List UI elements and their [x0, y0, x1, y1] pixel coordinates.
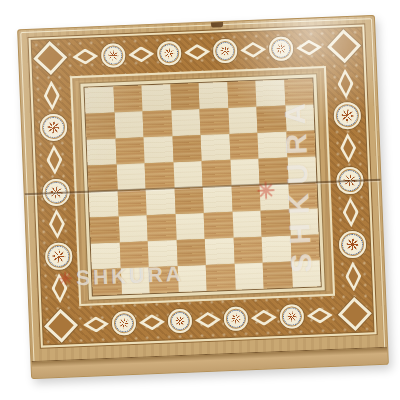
square-e6[interactable]	[201, 134, 231, 161]
square-e4[interactable]	[203, 186, 233, 213]
square-b5[interactable]	[116, 163, 146, 190]
diamond-ornament-icon	[296, 39, 323, 56]
square-b7[interactable]	[114, 111, 144, 138]
square-c5[interactable]	[145, 162, 175, 189]
square-a7[interactable]	[86, 113, 116, 140]
square-b2[interactable]	[119, 241, 149, 268]
square-c6[interactable]	[144, 136, 174, 163]
rosette-ornament-icon	[44, 242, 72, 270]
square-c3[interactable]	[147, 214, 177, 241]
square-h2[interactable]	[290, 234, 320, 261]
square-b8[interactable]	[113, 85, 143, 112]
hinge-clasp-icon	[211, 22, 223, 27]
corner-diamond-ornament	[41, 306, 80, 345]
diamond-ornament-icon	[48, 209, 65, 240]
square-d4[interactable]	[174, 187, 204, 214]
rosette-ornament-icon	[101, 43, 126, 68]
square-e3[interactable]	[204, 212, 234, 239]
square-g5[interactable]	[259, 158, 289, 185]
square-b1[interactable]	[120, 267, 150, 294]
rosette-ornament-icon	[269, 36, 294, 61]
rosette-ornament-icon	[112, 311, 137, 336]
diamond-ornament-icon	[337, 69, 354, 100]
square-g4[interactable]	[260, 184, 290, 211]
square-b6[interactable]	[115, 137, 145, 164]
square-g3[interactable]	[261, 210, 291, 237]
rosette-ornament-icon	[338, 230, 366, 258]
diamond-ornament-icon	[251, 309, 278, 326]
rosette-ornament-icon	[223, 306, 248, 331]
square-h4[interactable]	[288, 182, 318, 209]
square-d5[interactable]	[173, 161, 203, 188]
square-d8[interactable]	[170, 83, 200, 110]
square-a3[interactable]	[90, 216, 120, 243]
diamond-ornament-icon	[139, 314, 166, 331]
square-a2[interactable]	[91, 242, 121, 269]
diamond-ornament-icon	[128, 46, 155, 63]
square-g6[interactable]	[257, 132, 287, 159]
square-c7[interactable]	[143, 110, 173, 137]
square-f2[interactable]	[233, 237, 263, 264]
diamond-icon	[33, 41, 67, 75]
square-c8[interactable]	[141, 84, 171, 111]
square-f4[interactable]	[231, 185, 261, 212]
rosette-ornament-icon	[333, 102, 361, 130]
diamond-ornament-icon	[195, 311, 222, 328]
diamond-icon	[338, 297, 372, 331]
diamond-ornament-icon	[240, 41, 267, 58]
rosette-ornament-icon	[39, 114, 67, 142]
diamond-icon	[44, 309, 78, 343]
diamond-ornament-icon	[184, 44, 211, 61]
square-e7[interactable]	[199, 108, 229, 135]
square-h6[interactable]	[286, 130, 316, 157]
corner-diamond-ornament	[324, 26, 363, 65]
diamond-ornament-icon	[72, 48, 99, 65]
square-a6[interactable]	[87, 138, 117, 165]
square-e1[interactable]	[206, 264, 236, 291]
square-f5[interactable]	[230, 159, 260, 186]
square-b3[interactable]	[118, 215, 148, 242]
square-c4[interactable]	[146, 188, 176, 215]
diamond-ornament-icon	[342, 197, 359, 228]
square-e8[interactable]	[198, 82, 228, 109]
rosette-ornament-icon	[167, 309, 192, 334]
square-b4[interactable]	[117, 189, 147, 216]
square-h5[interactable]	[287, 156, 317, 183]
diamond-ornament-icon	[340, 133, 357, 164]
square-d6[interactable]	[172, 135, 202, 162]
square-e2[interactable]	[205, 238, 235, 265]
square-d3[interactable]	[175, 213, 205, 240]
square-g7[interactable]	[256, 106, 286, 133]
square-f6[interactable]	[229, 133, 259, 160]
square-g1[interactable]	[263, 262, 293, 289]
square-f8[interactable]	[227, 81, 257, 108]
square-a5[interactable]	[88, 164, 118, 191]
diamond-ornament-icon	[307, 307, 334, 324]
square-d2[interactable]	[176, 239, 206, 266]
rosette-ornament-icon	[213, 39, 238, 64]
diamond-ornament-icon	[83, 316, 110, 333]
corner-diamond-ornament	[31, 38, 70, 77]
diamond-icon	[327, 29, 361, 63]
square-g2[interactable]	[262, 236, 292, 263]
square-h8[interactable]	[284, 79, 314, 106]
square-h7[interactable]	[285, 104, 315, 131]
square-h3[interactable]	[289, 208, 319, 235]
square-f3[interactable]	[232, 211, 262, 238]
square-a8[interactable]	[85, 87, 115, 114]
square-f1[interactable]	[234, 263, 264, 290]
square-d1[interactable]	[177, 265, 207, 292]
square-g8[interactable]	[255, 80, 285, 107]
square-c1[interactable]	[149, 266, 179, 293]
square-d7[interactable]	[171, 109, 201, 136]
chess-board: SHKURA SHKURA ✳ ✳	[17, 15, 389, 379]
rosette-ornament-icon	[157, 41, 182, 66]
diamond-ornament-icon	[46, 145, 63, 176]
square-h1[interactable]	[291, 260, 321, 287]
rosette-ornament-icon	[279, 304, 304, 329]
square-a1[interactable]	[92, 268, 122, 295]
corner-diamond-ornament	[335, 294, 374, 333]
diamond-ornament-icon	[43, 80, 60, 111]
board-side-edge	[31, 347, 387, 378]
square-f7[interactable]	[228, 107, 258, 134]
square-e5[interactable]	[202, 160, 232, 187]
diamond-ornament-icon	[51, 273, 68, 304]
square-c2[interactable]	[148, 240, 178, 267]
diamond-ornament-icon	[345, 261, 362, 292]
square-a4[interactable]	[89, 190, 119, 217]
